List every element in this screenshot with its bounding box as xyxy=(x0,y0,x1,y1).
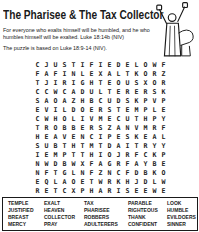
grid-cell-r9c13[interactable]: E xyxy=(141,133,150,142)
grid-cell-r13c10[interactable]: C xyxy=(114,168,123,177)
grid-cell-r2c12[interactable]: K xyxy=(132,70,141,79)
word-confident: CONFIDENT xyxy=(128,222,167,227)
grid-cell-r1c3[interactable]: U xyxy=(51,61,60,70)
grid-cell-r6c15[interactable]: E xyxy=(159,106,168,115)
grid-cell-r3c8[interactable]: T xyxy=(96,79,105,88)
grid-cell-r2c8[interactable]: X xyxy=(96,70,105,79)
grid-cell-r15c9[interactable]: R xyxy=(105,186,114,195)
grid-cell-r9c11[interactable]: S xyxy=(123,133,132,142)
grid-cell-r5c1[interactable]: S xyxy=(33,97,42,106)
grid-cell-r5c7[interactable]: B xyxy=(87,97,96,106)
grid-cell-r4c7[interactable]: U xyxy=(87,88,96,97)
grid-cell-r3c15[interactable]: R xyxy=(159,79,168,88)
grid-cell-r13c4[interactable]: G xyxy=(60,168,69,177)
grid-cell-r6c9[interactable]: S xyxy=(105,106,114,115)
grid-cell-r13c11[interactable]: F xyxy=(123,168,132,177)
grid-cell-r4c5[interactable]: A xyxy=(69,88,78,97)
grid-cell-r6c13[interactable]: P xyxy=(141,106,150,115)
grid-cell-r2c11[interactable]: T xyxy=(123,70,132,79)
grid-cell-r7c14[interactable]: P xyxy=(150,115,159,124)
word-breast: BREAST xyxy=(8,215,44,220)
grid-cell-r4c14[interactable]: S xyxy=(150,88,159,97)
grid-cell-r12c10[interactable]: R xyxy=(114,159,123,168)
grid-cell-r13c2[interactable]: F xyxy=(42,168,51,177)
grid-cell-r5c6[interactable]: H xyxy=(78,97,87,106)
grid-cell-r8c14[interactable]: R xyxy=(150,124,159,133)
grid-cell-r7c5[interactable]: L xyxy=(69,115,78,124)
grid-cell-r4c11[interactable]: R xyxy=(123,88,132,97)
grid-cell-r2c14[interactable]: R xyxy=(150,70,159,79)
word-collector: COLLECTOR xyxy=(44,215,84,220)
grid-cell-r9c5[interactable]: E xyxy=(69,133,78,142)
grid-cell-r12c15[interactable]: E xyxy=(159,159,168,168)
grid-cell-r11c6[interactable]: T xyxy=(78,150,87,159)
source-text: The puzzle is based on Luke 18:9-14 (NIV… xyxy=(3,45,153,52)
grid-cell-r2c9[interactable]: A xyxy=(105,70,114,79)
grid-cell-r8c6[interactable]: E xyxy=(78,124,87,133)
grid-cell-r1c2[interactable]: J xyxy=(42,61,51,70)
grid-cell-r8c7[interactable]: R xyxy=(87,124,96,133)
grid-cell-r15c8[interactable]: A xyxy=(96,186,105,195)
grid-cell-r10c9[interactable]: D xyxy=(105,141,114,150)
grid-cell-r11c15[interactable]: P xyxy=(159,150,168,159)
grid-cell-r1c9[interactable]: E xyxy=(105,61,114,70)
grid-cell-r7c4[interactable]: O xyxy=(60,115,69,124)
grid-cell-r10c12[interactable]: T xyxy=(132,141,141,150)
grid-cell-r1c10[interactable]: D xyxy=(114,61,123,70)
grid-cell-r11c2[interactable]: E xyxy=(42,150,51,159)
grid-cell-r9c10[interactable]: E xyxy=(114,133,123,142)
grid-cell-r7c6[interactable]: I xyxy=(78,115,87,124)
grid-cell-r14c5[interactable]: O xyxy=(69,177,78,186)
grid-cell-r5c9[interactable]: U xyxy=(105,97,114,106)
grid-cell-r14c7[interactable]: T xyxy=(87,177,96,186)
grid-cell-r1c8[interactable]: I xyxy=(96,61,105,70)
grid-cell-r4c15[interactable]: K xyxy=(159,88,168,97)
grid-cell-r1c4[interactable]: S xyxy=(60,61,69,70)
grid-cell-r15c7[interactable]: H xyxy=(87,186,96,195)
grid-cell-r12c6[interactable]: X xyxy=(78,159,87,168)
grid-cell-r2c13[interactable]: O xyxy=(141,70,150,79)
grid-cell-r15c5[interactable]: X xyxy=(69,186,78,195)
grid-cell-r5c13[interactable]: P xyxy=(141,97,150,106)
word-search-grid: CJUSTIFIEDELOWFFAFINLEXALTKORZTJIRIGHTEO… xyxy=(33,61,168,195)
grid-cell-r8c13[interactable]: M xyxy=(141,124,150,133)
word-bank: TEMPLEJUSTIFIEDBREASTMERCYEXALTHEAVENCOL… xyxy=(2,197,198,231)
grid-cell-r14c2[interactable]: Q xyxy=(42,177,51,186)
grid-cell-r6c1[interactable]: E xyxy=(33,106,42,115)
grid-cell-r8c4[interactable]: B xyxy=(60,124,69,133)
word-robbers: ROBBERS xyxy=(84,215,128,220)
grid-cell-r11c11[interactable]: R xyxy=(123,150,132,159)
grid-cell-r9c9[interactable]: P xyxy=(105,133,114,142)
grid-cell-r3c1[interactable]: T xyxy=(33,79,42,88)
grid-cell-r9c6[interactable]: N xyxy=(78,133,87,142)
grid-cell-r15c13[interactable]: E xyxy=(141,186,150,195)
grid-cell-r5c3[interactable]: O xyxy=(51,97,60,106)
word-mercy: MERCY xyxy=(8,222,44,227)
grid-cell-r8c10[interactable]: A xyxy=(114,124,123,133)
grid-cell-r2c3[interactable]: F xyxy=(51,70,60,79)
grid-cell-r10c5[interactable]: H xyxy=(69,141,78,150)
grid-cell-r11c14[interactable]: K xyxy=(150,150,159,159)
grid-cell-r1c7[interactable]: F xyxy=(87,61,96,70)
grid-cell-r7c3[interactable]: H xyxy=(51,115,60,124)
grid-cell-r5c10[interactable]: D xyxy=(114,97,123,106)
grid-cell-r7c11[interactable]: U xyxy=(123,115,132,124)
grid-cell-r5c4[interactable]: A xyxy=(60,97,69,106)
grid-cell-r7c2[interactable]: W xyxy=(42,115,51,124)
grid-cell-r2c1[interactable]: F xyxy=(33,70,42,79)
grid-cell-r14c9[interactable]: R xyxy=(105,177,114,186)
word-evildoers: EVILDOERS xyxy=(167,215,197,220)
grid-cell-r7c7[interactable]: V xyxy=(87,115,96,124)
grid-cell-r6c8[interactable]: R xyxy=(96,106,105,115)
grid-cell-r12c5[interactable]: W xyxy=(69,159,78,168)
grid-cell-r1c13[interactable]: O xyxy=(141,61,150,70)
grid-cell-r11c7[interactable]: H xyxy=(87,150,96,159)
grid-cell-r6c4[interactable]: L xyxy=(60,106,69,115)
grid-cell-r9c4[interactable]: V xyxy=(60,133,69,142)
grid-cell-r2c10[interactable]: L xyxy=(114,70,123,79)
grid-cell-r3c6[interactable]: G xyxy=(78,79,87,88)
grid-cell-r10c7[interactable]: M xyxy=(87,141,96,150)
grid-cell-r5c8[interactable]: C xyxy=(96,97,105,106)
grid-cell-r8c1[interactable]: T xyxy=(33,124,42,133)
grid-cell-r14c1[interactable]: E xyxy=(33,177,42,186)
grid-cell-r5c11[interactable]: S xyxy=(123,97,132,106)
grid-cell-r12c9[interactable]: G xyxy=(105,159,114,168)
grid-cell-r13c5[interactable]: L xyxy=(69,168,78,177)
grid-cell-r10c13[interactable]: R xyxy=(141,141,150,150)
grid-cell-r9c14[interactable]: A xyxy=(150,133,159,142)
word-righteous: RIGHTEOUS xyxy=(128,208,167,213)
grid-cell-r15c11[interactable]: S xyxy=(123,186,132,195)
grid-cell-r2c4[interactable]: I xyxy=(60,70,69,79)
grid-cell-r12c13[interactable]: Y xyxy=(141,159,150,168)
grid-cell-r3c14[interactable]: O xyxy=(150,79,159,88)
grid-cell-r2c6[interactable]: L xyxy=(78,70,87,79)
grid-cell-r14c10[interactable]: K xyxy=(114,177,123,186)
grid-cell-r4c13[interactable]: R xyxy=(141,88,150,97)
grid-cell-r10c6[interactable]: T xyxy=(78,141,87,150)
grid-cell-r11c1[interactable]: I xyxy=(33,150,42,159)
grid-cell-r9c8[interactable]: I xyxy=(96,133,105,142)
grid-cell-r8c12[interactable]: V xyxy=(132,124,141,133)
grid-cell-r15c2[interactable]: E xyxy=(42,186,51,195)
grid-cell-r6c6[interactable]: O xyxy=(78,106,87,115)
grid-cell-r3c2[interactable]: J xyxy=(42,79,51,88)
grid-cell-r8c11[interactable]: N xyxy=(123,124,132,133)
grid-cell-r7c12[interactable]: T xyxy=(132,115,141,124)
grid-cell-r10c10[interactable]: A xyxy=(114,141,123,150)
grid-cell-r10c4[interactable]: T xyxy=(60,141,69,150)
grid-cell-r3c5[interactable]: I xyxy=(69,79,78,88)
praying-pharisee-illustration xyxy=(152,1,198,59)
word-adulterers: ADULTERERS xyxy=(84,222,128,227)
grid-cell-r4c2[interactable]: C xyxy=(42,88,51,97)
grid-cell-r4c6[interactable]: D xyxy=(78,88,87,97)
grid-cell-r13c7[interactable]: F xyxy=(87,168,96,177)
grid-cell-r4c3[interactable]: W xyxy=(51,88,60,97)
grid-cell-r9c1[interactable]: H xyxy=(33,133,42,142)
grid-cell-r7c1[interactable]: C xyxy=(33,115,42,124)
grid-cell-r13c6[interactable]: N xyxy=(78,168,87,177)
page-title: The Pharisee & The Tax Collector xyxy=(3,7,156,22)
grid-cell-r13c1[interactable]: N xyxy=(33,168,42,177)
word-justified: JUSTIFIED xyxy=(8,208,44,213)
grid-cell-r4c9[interactable]: T xyxy=(105,88,114,97)
grid-cell-r4c8[interactable]: L xyxy=(96,88,105,97)
grid-cell-r13c15[interactable]: O xyxy=(159,168,168,177)
word-exalt: EXALT xyxy=(44,201,84,206)
grid-cell-r7c9[interactable]: E xyxy=(105,115,114,124)
word-heaven: HEAVEN xyxy=(44,208,84,213)
word-sinner: SINNER xyxy=(167,222,197,227)
grid-cell-r1c11[interactable]: E xyxy=(123,61,132,70)
grid-cell-r12c1[interactable]: N xyxy=(33,159,42,168)
word-humble: HUMBLE xyxy=(167,208,197,213)
grid-cell-r10c15[interactable]: Y xyxy=(159,141,168,150)
grid-cell-r2c2[interactable]: A xyxy=(42,70,51,79)
grid-cell-r4c4[interactable]: C xyxy=(60,88,69,97)
grid-cell-r8c5[interactable]: B xyxy=(69,124,78,133)
grid-cell-r15c15[interactable]: E xyxy=(159,186,168,195)
grid-cell-r1c12[interactable]: L xyxy=(132,61,141,70)
word-pray: PRAY xyxy=(44,222,84,227)
grid-cell-r15c3[interactable]: T xyxy=(51,186,60,195)
grid-cell-r8c3[interactable]: O xyxy=(51,124,60,133)
grid-cell-r8c8[interactable]: S xyxy=(96,124,105,133)
intro-text: For everyone who exalts himself will be … xyxy=(3,27,153,52)
grid-cell-r9c15[interactable]: L xyxy=(159,133,168,142)
grid-cell-r12c4[interactable]: B xyxy=(60,159,69,168)
grid-cell-r14c14[interactable]: L xyxy=(150,177,159,186)
grid-cell-r6c5[interactable]: D xyxy=(69,106,78,115)
word-look: LOOK xyxy=(167,201,197,206)
grid-cell-r11c12[interactable]: F xyxy=(132,150,141,159)
grid-cell-r5c2[interactable]: A xyxy=(42,97,51,106)
grid-cell-r13c14[interactable]: K xyxy=(150,168,159,177)
grid-cell-r12c7[interactable]: F xyxy=(87,159,96,168)
grid-cell-r12c3[interactable]: D xyxy=(51,159,60,168)
grid-cell-r15c4[interactable]: C xyxy=(60,186,69,195)
grid-cell-r6c14[interactable]: L xyxy=(150,106,159,115)
grid-cell-r14c13[interactable]: D xyxy=(141,177,150,186)
grid-cell-r15c1[interactable]: R xyxy=(33,186,42,195)
grid-cell-r6c10[interactable]: T xyxy=(114,106,123,115)
grid-cell-r3c4[interactable]: R xyxy=(60,79,69,88)
grid-cell-r9c12[interactable]: K xyxy=(132,133,141,142)
grid-cell-r5c15[interactable]: P xyxy=(159,97,168,106)
grid-cell-r3c3[interactable]: I xyxy=(51,79,60,88)
grid-cell-r13c12[interactable]: D xyxy=(132,168,141,177)
grid-cell-r11c9[interactable]: O xyxy=(105,150,114,159)
grid-cell-r14c8[interactable]: W xyxy=(96,177,105,186)
grid-cell-r11c5[interactable]: T xyxy=(69,150,78,159)
grid-cell-r10c14[interactable]: Y xyxy=(150,141,159,150)
grid-cell-r1c15[interactable]: F xyxy=(159,61,168,70)
word-parable: PARABLE xyxy=(128,201,167,206)
grid-cell-r5c5[interactable]: Z xyxy=(69,97,78,106)
grid-cell-r7c15[interactable]: Y xyxy=(159,115,168,124)
grid-cell-r14c15[interactable]: W xyxy=(159,177,168,186)
grid-cell-r8c9[interactable]: Z xyxy=(105,124,114,133)
grid-cell-r5c14[interactable]: V xyxy=(150,97,159,106)
grid-cell-r10c8[interactable]: T xyxy=(96,141,105,150)
grid-cell-r4c10[interactable]: E xyxy=(114,88,123,97)
grid-cell-r6c3[interactable]: I xyxy=(51,106,60,115)
grid-cell-r14c11[interactable]: H xyxy=(123,177,132,186)
grid-cell-r12c2[interactable]: W xyxy=(42,159,51,168)
grid-cell-r9c7[interactable]: C xyxy=(87,133,96,142)
grid-cell-r3c9[interactable]: E xyxy=(105,79,114,88)
grid-cell-r4c12[interactable]: E xyxy=(132,88,141,97)
grid-cell-r15c6[interactable]: P xyxy=(78,186,87,195)
grid-cell-r6c11[interactable]: E xyxy=(123,106,132,115)
verse-text: For everyone who exalts himself will be … xyxy=(3,27,153,41)
grid-cell-r6c12[interactable]: M xyxy=(132,106,141,115)
grid-cell-r11c10[interactable]: J xyxy=(114,150,123,159)
grid-cell-r12c14[interactable]: B xyxy=(150,159,159,168)
grid-cell-r13c9[interactable]: N xyxy=(105,168,114,177)
grid-cell-r10c3[interactable]: B xyxy=(51,141,60,150)
grid-cell-r2c15[interactable]: Z xyxy=(159,70,168,79)
grid-cell-r12c12[interactable]: A xyxy=(132,159,141,168)
grid-cell-r1c6[interactable]: I xyxy=(78,61,87,70)
grid-cell-r11c4[interactable]: P xyxy=(60,150,69,159)
grid-cell-r14c4[interactable]: A xyxy=(60,177,69,186)
grid-cell-r13c8[interactable]: Z xyxy=(96,168,105,177)
grid-cell-r3c7[interactable]: H xyxy=(87,79,96,88)
grid-cell-r3c10[interactable]: O xyxy=(114,79,123,88)
grid-cell-r8c15[interactable]: F xyxy=(159,124,168,133)
grid-cell-r7c8[interactable]: M xyxy=(96,115,105,124)
grid-cell-r15c12[interactable]: E xyxy=(132,186,141,195)
grid-cell-r7c10[interactable]: C xyxy=(114,115,123,124)
grid-cell-r6c7[interactable]: E xyxy=(87,106,96,115)
grid-cell-r11c8[interactable]: I xyxy=(96,150,105,159)
grid-cell-r5c12[interactable]: K xyxy=(132,97,141,106)
grid-cell-r13c3[interactable]: T xyxy=(51,168,60,177)
grid-cell-r12c11[interactable]: F xyxy=(123,159,132,168)
grid-cell-r15c14[interactable]: W xyxy=(150,186,159,195)
word-temple: TEMPLE xyxy=(8,201,44,206)
grid-cell-r1c14[interactable]: W xyxy=(150,61,159,70)
grid-cell-r14c3[interactable]: L xyxy=(51,177,60,186)
grid-cell-r1c5[interactable]: T xyxy=(69,61,78,70)
grid-cell-r11c13[interactable]: C xyxy=(141,150,150,159)
grid-cell-r1c1[interactable]: C xyxy=(33,61,42,70)
grid-cell-r13c13[interactable]: B xyxy=(141,168,150,177)
grid-cell-r10c1[interactable]: S xyxy=(33,141,42,150)
grid-cell-r15c10[interactable]: I xyxy=(114,186,123,195)
grid-cell-r4c1[interactable]: C xyxy=(33,88,42,97)
grid-cell-r9c3[interactable]: A xyxy=(51,133,60,142)
grid-cell-r3c12[interactable]: S xyxy=(132,79,141,88)
word-thank: THANK xyxy=(128,215,167,220)
grid-cell-r12c8[interactable]: A xyxy=(96,159,105,168)
grid-cell-r10c11[interactable]: I xyxy=(123,141,132,150)
grid-cell-r14c6[interactable]: E xyxy=(78,177,87,186)
grid-cell-r9c2[interactable]: E xyxy=(42,133,51,142)
grid-cell-r11c3[interactable]: M xyxy=(51,150,60,159)
grid-cell-r6c2[interactable]: V xyxy=(42,106,51,115)
grid-cell-r2c7[interactable]: E xyxy=(87,70,96,79)
grid-cell-r2c5[interactable]: N xyxy=(69,70,78,79)
word-pharisee: PHARISEE xyxy=(84,208,128,213)
grid-cell-r3c13[interactable]: X xyxy=(141,79,150,88)
worksheet-page: The Pharisee & The Tax Collector For eve… xyxy=(0,0,199,232)
grid-cell-r7c13[interactable]: H xyxy=(141,115,150,124)
grid-cell-r8c2[interactable]: R xyxy=(42,124,51,133)
grid-cell-r10c2[interactable]: U xyxy=(42,141,51,150)
grid-cell-r14c12[interactable]: J xyxy=(132,177,141,186)
grid-cell-r3c11[interactable]: U xyxy=(123,79,132,88)
word-tax: TAX xyxy=(84,201,128,206)
